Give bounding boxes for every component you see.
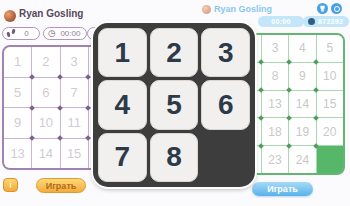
right-board-preview-cell-14: 14 — [289, 91, 315, 118]
score-icon — [308, 18, 315, 25]
score-chip: 872392 — [303, 16, 349, 27]
right-board-preview-cell-3: 3 — [262, 35, 288, 62]
left-board-preview-cell-2: 2 — [32, 47, 59, 77]
play-button-left[interactable]: Играть — [36, 178, 86, 193]
timer-value: 00:00 — [271, 18, 290, 25]
active-puzzle-board: 12345678 — [93, 23, 255, 187]
left-board-preview-cell-10: 10 — [32, 108, 59, 138]
right-board-preview-cell-23: 23 — [262, 146, 288, 173]
right-board-preview-cell-19: 19 — [289, 118, 315, 145]
play-button-right[interactable]: Играть — [252, 182, 313, 196]
active-puzzle-board-cell-8[interactable]: 8 — [150, 133, 199, 182]
right-board-preview-cell-15: 15 — [317, 91, 343, 118]
left-board-preview-cell-3: 3 — [61, 47, 88, 77]
right-board-preview-cell-9: 9 — [289, 63, 315, 90]
active-puzzle-board-cell-1[interactable]: 1 — [98, 28, 147, 77]
avatar — [202, 5, 211, 14]
right-board-preview-cell-13: 13 — [262, 91, 288, 118]
timer-value: 00:00 — [59, 29, 82, 38]
left-board-preview-cell-13: 13 — [4, 139, 31, 169]
timer-icon: ◷ — [48, 29, 56, 38]
gear-icon — [334, 6, 340, 12]
moves-value: 0 — [18, 29, 35, 38]
trophy-icon — [319, 5, 326, 13]
left-board-preview-cell-14: 14 — [32, 139, 59, 169]
left-board-preview-cell-5: 5 — [4, 78, 31, 108]
right-board-preview-cell-8: 8 — [262, 63, 288, 90]
player-name: Ryan Gosling — [19, 8, 83, 19]
trophy-button[interactable] — [317, 3, 328, 14]
left-board-preview-cell-7: 7 — [61, 78, 88, 108]
active-puzzle-board-cell-5[interactable]: 5 — [150, 80, 199, 129]
active-puzzle-board-cell-4[interactable]: 4 — [98, 80, 147, 129]
active-puzzle-board-cell-7[interactable]: 7 — [98, 133, 147, 182]
moves-icon — [7, 29, 15, 38]
active-puzzle-board-cell-2[interactable]: 2 — [150, 28, 199, 77]
left-board-preview-cell-9: 9 — [4, 108, 31, 138]
left-board-preview-cell-1: 1 — [4, 47, 31, 77]
left-board-preview-cell-11: 11 — [61, 108, 88, 138]
player-name: Ryan Gosling — [214, 4, 272, 14]
avatar — [4, 10, 16, 22]
right-board-preview-cell-4: 4 — [289, 35, 315, 62]
right-board-preview-cell-20: 20 — [317, 118, 343, 145]
right-board-preview-cell-10: 10 — [317, 63, 343, 90]
right-board-preview-cell-18: 18 — [262, 118, 288, 145]
right-board-preview-cell-5: 5 — [317, 35, 343, 62]
right-board-preview-cell-24: 24 — [289, 146, 315, 173]
puzzle-app: Ryan Gosling 0 ◷ 00:00 12345678910111213… — [0, 0, 350, 206]
active-puzzle-board-cell-6[interactable]: 6 — [201, 80, 250, 129]
active-puzzle-board-cell-blank[interactable] — [201, 133, 250, 182]
timer-chip: 00:00 — [258, 16, 304, 27]
active-puzzle-board-cell-3[interactable]: 3 — [201, 28, 250, 77]
moves-chip: 0 — [2, 27, 40, 40]
left-board-preview-cell-15: 15 — [61, 139, 88, 169]
settings-button[interactable] — [331, 3, 342, 14]
timer-chip: ◷ 00:00 — [43, 27, 87, 40]
right-board-preview-cell-blank — [317, 146, 343, 173]
info-button[interactable]: i — [3, 178, 18, 192]
left-board-preview-cell-6: 6 — [32, 78, 59, 108]
score-value: 872392 — [318, 18, 343, 25]
